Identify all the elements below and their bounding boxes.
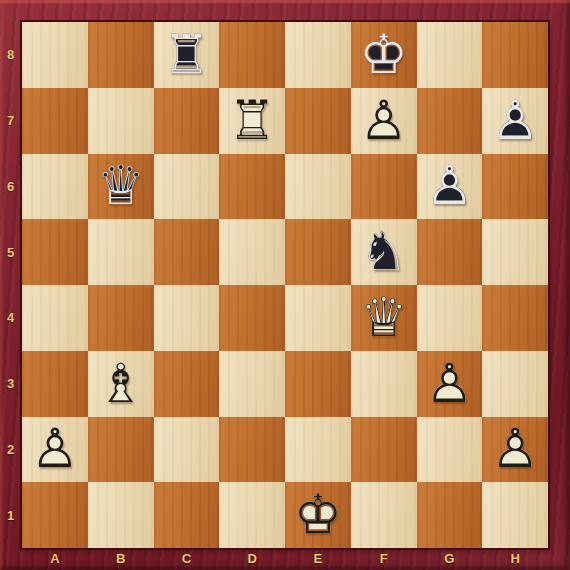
square-a8[interactable] — [22, 22, 88, 88]
piece-outline-glyph: ♙ — [419, 352, 479, 416]
square-f5[interactable]: ♞♘ — [351, 219, 417, 285]
black-pawn-g6[interactable]: ♟♙ — [419, 154, 479, 218]
chessboard-screenshot: ♜♖♚♔♜♖♟♙♟♙♛♕♟♙♞♘♛♕♝♗♟♙♟♙♟♙♚♔ 87654321 AB… — [0, 0, 570, 570]
square-h2[interactable]: ♟♙ — [482, 417, 548, 483]
piece-outline-glyph: ♕ — [91, 154, 151, 218]
rank-label-7: 7 — [0, 88, 21, 154]
square-e3[interactable] — [285, 351, 351, 417]
square-c4[interactable] — [154, 285, 220, 351]
piece-outline-glyph: ♖ — [222, 89, 282, 153]
square-d7[interactable]: ♜♖ — [219, 88, 285, 154]
square-d1[interactable] — [219, 482, 285, 548]
square-b3[interactable]: ♝♗ — [88, 351, 154, 417]
square-a7[interactable] — [22, 88, 88, 154]
square-b2[interactable] — [88, 417, 154, 483]
file-label-d: D — [219, 548, 285, 569]
file-label-g: G — [417, 548, 483, 569]
square-c8[interactable]: ♜♖ — [154, 22, 220, 88]
square-d5[interactable] — [219, 219, 285, 285]
square-g5[interactable] — [417, 219, 483, 285]
square-b1[interactable] — [88, 482, 154, 548]
square-a5[interactable] — [22, 219, 88, 285]
square-e4[interactable] — [285, 285, 351, 351]
file-label-e: E — [285, 548, 351, 569]
piece-outline-glyph: ♔ — [354, 23, 414, 87]
square-h8[interactable] — [482, 22, 548, 88]
piece-outline-glyph: ♔ — [288, 483, 348, 547]
white-pawn-a2[interactable]: ♟♙ — [25, 417, 85, 481]
square-f2[interactable] — [351, 417, 417, 483]
file-label-b: B — [88, 548, 154, 569]
piece-outline-glyph: ♕ — [354, 286, 414, 350]
square-g8[interactable] — [417, 22, 483, 88]
square-e1[interactable]: ♚♔ — [285, 482, 351, 548]
white-pawn-f7[interactable]: ♟♙ — [354, 89, 414, 153]
black-pawn-h7[interactable]: ♟♙ — [485, 89, 545, 153]
square-h4[interactable] — [482, 285, 548, 351]
black-rook-c8[interactable]: ♜♖ — [156, 23, 216, 87]
square-e6[interactable] — [285, 154, 351, 220]
square-d3[interactable] — [219, 351, 285, 417]
square-g2[interactable] — [417, 417, 483, 483]
white-pawn-h2[interactable]: ♟♙ — [485, 417, 545, 481]
white-rook-d7[interactable]: ♜♖ — [222, 89, 282, 153]
rank-label-1: 1 — [0, 482, 21, 548]
square-b4[interactable] — [88, 285, 154, 351]
square-d4[interactable] — [219, 285, 285, 351]
square-c1[interactable] — [154, 482, 220, 548]
square-b7[interactable] — [88, 88, 154, 154]
square-e8[interactable] — [285, 22, 351, 88]
file-label-c: C — [154, 548, 220, 569]
file-label-h: H — [482, 548, 548, 569]
square-c2[interactable] — [154, 417, 220, 483]
square-h1[interactable] — [482, 482, 548, 548]
square-f1[interactable] — [351, 482, 417, 548]
square-f6[interactable] — [351, 154, 417, 220]
piece-outline-glyph: ♙ — [485, 417, 545, 481]
black-knight-f5[interactable]: ♞♘ — [354, 220, 414, 284]
square-f7[interactable]: ♟♙ — [351, 88, 417, 154]
square-a1[interactable] — [22, 482, 88, 548]
square-e2[interactable] — [285, 417, 351, 483]
rank-label-2: 2 — [0, 417, 21, 483]
square-e5[interactable] — [285, 219, 351, 285]
black-king-f8[interactable]: ♚♔ — [354, 23, 414, 87]
piece-outline-glyph: ♙ — [419, 154, 479, 218]
rank-label-3: 3 — [0, 351, 21, 417]
piece-outline-glyph: ♗ — [91, 352, 151, 416]
rank-label-4: 4 — [0, 285, 21, 351]
square-h5[interactable] — [482, 219, 548, 285]
square-g6[interactable]: ♟♙ — [417, 154, 483, 220]
square-c3[interactable] — [154, 351, 220, 417]
square-g1[interactable] — [417, 482, 483, 548]
square-f3[interactable] — [351, 351, 417, 417]
square-f4[interactable]: ♛♕ — [351, 285, 417, 351]
square-g7[interactable] — [417, 88, 483, 154]
square-b5[interactable] — [88, 219, 154, 285]
square-a3[interactable] — [22, 351, 88, 417]
square-a6[interactable] — [22, 154, 88, 220]
square-d8[interactable] — [219, 22, 285, 88]
file-label-a: A — [22, 548, 88, 569]
square-e7[interactable] — [285, 88, 351, 154]
square-g4[interactable] — [417, 285, 483, 351]
rank-label-6: 6 — [0, 154, 21, 220]
white-queen-f4[interactable]: ♛♕ — [354, 286, 414, 350]
chess-board: ♜♖♚♔♜♖♟♙♟♙♛♕♟♙♞♘♛♕♝♗♟♙♟♙♟♙♚♔ — [22, 22, 548, 548]
square-f8[interactable]: ♚♔ — [351, 22, 417, 88]
square-h6[interactable] — [482, 154, 548, 220]
rank-label-8: 8 — [0, 22, 21, 88]
square-d6[interactable] — [219, 154, 285, 220]
square-c6[interactable] — [154, 154, 220, 220]
square-c7[interactable] — [154, 88, 220, 154]
piece-outline-glyph: ♖ — [156, 23, 216, 87]
rank-label-5: 5 — [0, 219, 21, 285]
piece-outline-glyph: ♙ — [485, 89, 545, 153]
square-d2[interactable] — [219, 417, 285, 483]
square-b8[interactable] — [88, 22, 154, 88]
white-bishop-b3[interactable]: ♝♗ — [91, 352, 151, 416]
square-g3[interactable]: ♟♙ — [417, 351, 483, 417]
square-c5[interactable] — [154, 219, 220, 285]
white-pawn-g3[interactable]: ♟♙ — [419, 352, 479, 416]
file-label-f: F — [351, 548, 417, 569]
square-a2[interactable]: ♟♙ — [22, 417, 88, 483]
black-queen-b6[interactable]: ♛♕ — [91, 154, 151, 218]
square-a4[interactable] — [22, 285, 88, 351]
piece-outline-glyph: ♙ — [354, 89, 414, 153]
piece-outline-glyph: ♘ — [354, 220, 414, 284]
white-king-e1[interactable]: ♚♔ — [288, 483, 348, 547]
square-h3[interactable] — [482, 351, 548, 417]
square-h7[interactable]: ♟♙ — [482, 88, 548, 154]
piece-outline-glyph: ♙ — [25, 417, 85, 481]
square-b6[interactable]: ♛♕ — [88, 154, 154, 220]
